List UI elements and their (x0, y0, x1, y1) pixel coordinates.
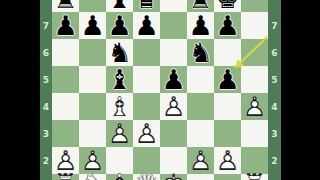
video-frame: 765432 ♜♝♛♜♚♟♟♟♟♟♟♞♞♝♟♟♝♗♟♙♟♙♟♙♟♙♟♙♟♙♟♙♟… (0, 0, 320, 180)
square-h3 (241, 120, 268, 147)
white-pawn-d3: ♟♙ (133, 120, 160, 147)
black-piece-glyph: ♟ (79, 12, 106, 39)
black-piece-glyph: ♞ (187, 39, 214, 66)
white-king-e1: ♚♔ (160, 170, 187, 180)
square-e5: ♟ (160, 66, 187, 93)
square-g7: ♟ (214, 12, 241, 39)
rank-label-7: 7 (268, 21, 281, 31)
square-e7 (160, 12, 187, 39)
square-h7 (241, 12, 268, 39)
square-c3: ♟♙ (106, 120, 133, 147)
black-pawn-c7: ♟ (106, 12, 133, 39)
square-d4 (133, 93, 160, 120)
white-piece-outline-glyph: ♖ (52, 170, 79, 180)
black-piece-glyph: ♟ (106, 12, 133, 39)
square-f7: ♟ (187, 12, 214, 39)
square-a4 (52, 93, 79, 120)
black-piece-glyph: ♞ (106, 39, 133, 66)
square-c7: ♟ (106, 12, 133, 39)
square-f3 (187, 120, 214, 147)
black-pawn-b7: ♟ (79, 12, 106, 39)
black-knight-f6: ♞ (187, 39, 214, 66)
board-grid: ♜♝♛♜♚♟♟♟♟♟♟♞♞♝♟♟♝♗♟♙♟♙♟♙♟♙♟♙♟♙♟♙♟♙♜♖♞♘♝♗… (52, 0, 268, 180)
white-piece-outline-glyph: ♙ (160, 93, 187, 120)
square-g6 (214, 39, 241, 66)
white-queen-d1: ♛♕ (133, 170, 160, 180)
white-pawn-e4: ♟♙ (160, 93, 187, 120)
white-piece-outline-glyph: ♔ (160, 170, 187, 180)
rank-label-3: 3 (268, 129, 281, 139)
square-b4 (79, 93, 106, 120)
rank-label-5: 5 (268, 75, 281, 85)
square-c6: ♞ (106, 39, 133, 66)
white-piece-outline-glyph: ♙ (214, 147, 241, 174)
black-piece-glyph: ♟ (214, 66, 241, 93)
square-b1: ♞♘ (79, 174, 106, 180)
square-e1: ♚♔ (160, 174, 187, 180)
square-f4 (187, 93, 214, 120)
square-f1 (187, 174, 214, 180)
black-pawn-a7: ♟ (52, 12, 79, 39)
square-b5 (79, 66, 106, 93)
square-a5 (52, 66, 79, 93)
square-a6 (52, 39, 79, 66)
square-a7: ♟ (52, 12, 79, 39)
black-piece-glyph: ♝ (106, 66, 133, 93)
square-g3 (214, 120, 241, 147)
square-d5 (133, 66, 160, 93)
white-rook-h1: ♜♖ (241, 170, 268, 180)
white-bishop-c1: ♝♗ (106, 170, 133, 180)
rank-label-2: 2 (268, 156, 281, 166)
square-d3: ♟♙ (133, 120, 160, 147)
square-a3 (52, 120, 79, 147)
black-pawn-g7: ♟ (214, 12, 241, 39)
white-piece-outline-glyph: ♙ (133, 120, 160, 147)
square-h5 (241, 66, 268, 93)
white-rook-a1: ♜♖ (52, 170, 79, 180)
white-piece-outline-glyph: ♙ (241, 93, 268, 120)
white-piece-outline-glyph: ♙ (187, 147, 214, 174)
rank-label-7: 7 (40, 21, 52, 31)
rank-label-3: 3 (40, 129, 52, 139)
square-g5: ♟ (214, 66, 241, 93)
rank-label-2: 2 (40, 156, 52, 166)
white-pawn-c3: ♟♙ (106, 120, 133, 147)
square-b3 (79, 120, 106, 147)
rank-label-5: 5 (40, 75, 52, 85)
square-g2: ♟♙ (214, 147, 241, 174)
square-h4: ♟♙ (241, 93, 268, 120)
square-f2: ♟♙ (187, 147, 214, 174)
square-c1: ♝♗ (106, 174, 133, 180)
rank-labels-left: 765432 (40, 0, 52, 180)
rank-label-6: 6 (40, 48, 52, 58)
black-knight-c6: ♞ (106, 39, 133, 66)
square-d6 (133, 39, 160, 66)
square-g4 (214, 93, 241, 120)
square-a1: ♜♖ (52, 174, 79, 180)
white-piece-outline-glyph: ♗ (106, 170, 133, 180)
square-b7: ♟ (79, 12, 106, 39)
square-h8 (241, 0, 268, 12)
white-pawn-h4: ♟♙ (241, 93, 268, 120)
square-f5 (187, 66, 214, 93)
black-piece-glyph: ♟ (214, 12, 241, 39)
square-e4: ♟♙ (160, 93, 187, 120)
square-b6 (79, 39, 106, 66)
white-piece-outline-glyph: ♖ (241, 170, 268, 180)
rank-label-6: 6 (268, 48, 281, 58)
black-piece-glyph: ♟ (52, 12, 79, 39)
board-squares: ♜♝♛♜♚♟♟♟♟♟♟♞♞♝♟♟♝♗♟♙♟♙♟♙♟♙♟♙♟♙♟♙♟♙♜♖♞♘♝♗… (52, 0, 268, 180)
square-e3 (160, 120, 187, 147)
square-d1: ♛♕ (133, 174, 160, 180)
white-piece-outline-glyph: ♙ (106, 120, 133, 147)
rank-label-4: 4 (268, 102, 281, 112)
black-piece-glyph: ♟ (160, 66, 187, 93)
black-bishop-c5: ♝ (106, 66, 133, 93)
white-pawn-f2: ♟♙ (187, 147, 214, 174)
white-pawn-g2: ♟♙ (214, 147, 241, 174)
black-piece-glyph: ♟ (187, 12, 214, 39)
white-bishop-c4: ♝♗ (106, 93, 133, 120)
black-pawn-g5: ♟ (214, 66, 241, 93)
square-c5: ♝ (106, 66, 133, 93)
white-knight-b1: ♞♘ (79, 170, 106, 180)
white-piece-outline-glyph: ♗ (106, 93, 133, 120)
white-piece-outline-glyph: ♘ (79, 170, 106, 180)
square-e8 (160, 0, 187, 12)
black-pawn-f7: ♟ (187, 12, 214, 39)
black-pawn-d7: ♟ (133, 12, 160, 39)
square-f6: ♞ (187, 39, 214, 66)
chess-board: 765432 ♜♝♛♜♚♟♟♟♟♟♟♞♞♝♟♟♝♗♟♙♟♙♟♙♟♙♟♙♟♙♟♙♟… (40, 0, 281, 180)
rank-label-4: 4 (40, 102, 52, 112)
black-piece-glyph: ♟ (133, 12, 160, 39)
square-c4: ♝♗ (106, 93, 133, 120)
square-h1: ♜♖ (241, 174, 268, 180)
square-e6 (160, 39, 187, 66)
black-pawn-e5: ♟ (160, 66, 187, 93)
square-h6 (241, 39, 268, 66)
white-piece-outline-glyph: ♕ (133, 170, 160, 180)
square-g1 (214, 174, 241, 180)
rank-labels-right: 765432 (268, 0, 281, 180)
square-d7: ♟ (133, 12, 160, 39)
